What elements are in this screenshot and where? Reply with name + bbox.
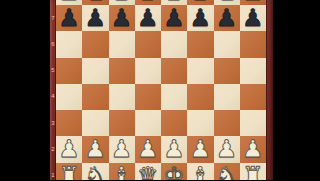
piece-white-pawn[interactable]: ♟ [111, 137, 133, 161]
piece-white-knight[interactable]: ♞ [216, 164, 238, 180]
piece-white-rook[interactable]: ♜ [58, 164, 80, 180]
square-h4[interactable] [240, 84, 266, 110]
square-g6[interactable] [214, 31, 240, 57]
piece-white-pawn[interactable]: ♟ [216, 137, 238, 161]
piece-white-pawn[interactable]: ♟ [242, 137, 264, 161]
square-g3[interactable] [214, 110, 240, 136]
app-screen: 87654321 ♜♞♝♛♚♝♞♜♟♟♟♟♟♟♟♟♟♟♟♟♟♟♟♟♜♞♝♛♚♝♞… [0, 0, 320, 180]
square-d4[interactable] [135, 84, 161, 110]
square-d2[interactable]: ♟ [135, 136, 161, 162]
piece-white-knight[interactable]: ♞ [85, 164, 107, 180]
square-h6[interactable] [240, 31, 266, 57]
square-g7[interactable]: ♟ [214, 5, 240, 31]
piece-white-queen[interactable]: ♛ [137, 164, 159, 180]
square-b6[interactable] [82, 31, 108, 57]
square-d6[interactable] [135, 31, 161, 57]
square-f4[interactable] [187, 84, 213, 110]
square-b2[interactable]: ♟ [82, 136, 108, 162]
piece-black-pawn[interactable]: ♟ [137, 6, 159, 30]
square-d5[interactable] [135, 58, 161, 84]
square-b5[interactable] [82, 58, 108, 84]
square-d7[interactable]: ♟ [135, 5, 161, 31]
square-e1[interactable]: ♚ [161, 163, 187, 181]
piece-black-pawn[interactable]: ♟ [242, 6, 264, 30]
piece-black-pawn[interactable]: ♟ [58, 6, 80, 30]
chess-board: ♜♞♝♛♚♝♞♜♟♟♟♟♟♟♟♟♟♟♟♟♟♟♟♟♜♞♝♛♚♝♞♜ [56, 0, 266, 180]
square-b3[interactable] [82, 110, 108, 136]
square-e3[interactable] [161, 110, 187, 136]
piece-black-pawn[interactable]: ♟ [85, 6, 107, 30]
square-d1[interactable]: ♛ [135, 163, 161, 181]
square-a5[interactable] [56, 58, 82, 84]
square-c3[interactable] [109, 110, 135, 136]
piece-white-pawn[interactable]: ♟ [85, 137, 107, 161]
square-a4[interactable] [56, 84, 82, 110]
piece-white-pawn[interactable]: ♟ [58, 137, 80, 161]
square-c1[interactable]: ♝ [109, 163, 135, 181]
chess-board-frame: 87654321 ♜♞♝♛♚♝♞♜♟♟♟♟♟♟♟♟♟♟♟♟♟♟♟♟♜♞♝♛♚♝♞… [50, 0, 273, 180]
square-h3[interactable] [240, 110, 266, 136]
square-c2[interactable]: ♟ [109, 136, 135, 162]
square-c4[interactable] [109, 84, 135, 110]
square-e4[interactable] [161, 84, 187, 110]
square-h1[interactable]: ♜ [240, 163, 266, 181]
square-f7[interactable]: ♟ [187, 5, 213, 31]
square-a7[interactable]: ♟ [56, 5, 82, 31]
square-g4[interactable] [214, 84, 240, 110]
square-e7[interactable]: ♟ [161, 5, 187, 31]
square-a6[interactable] [56, 31, 82, 57]
square-b1[interactable]: ♞ [82, 163, 108, 181]
square-a1[interactable]: ♜ [56, 163, 82, 181]
piece-white-pawn[interactable]: ♟ [190, 137, 212, 161]
square-b4[interactable] [82, 84, 108, 110]
square-b7[interactable]: ♟ [82, 5, 108, 31]
piece-white-rook[interactable]: ♜ [242, 164, 264, 180]
square-g2[interactable]: ♟ [214, 136, 240, 162]
square-c7[interactable]: ♟ [109, 5, 135, 31]
square-e2[interactable]: ♟ [161, 136, 187, 162]
square-c6[interactable] [109, 31, 135, 57]
square-h2[interactable]: ♟ [240, 136, 266, 162]
square-f1[interactable]: ♝ [187, 163, 213, 181]
piece-white-pawn[interactable]: ♟ [137, 137, 159, 161]
square-f2[interactable]: ♟ [187, 136, 213, 162]
square-d3[interactable] [135, 110, 161, 136]
square-a2[interactable]: ♟ [56, 136, 82, 162]
square-g1[interactable]: ♞ [214, 163, 240, 181]
piece-black-pawn[interactable]: ♟ [190, 6, 212, 30]
square-g5[interactable] [214, 58, 240, 84]
square-f6[interactable] [187, 31, 213, 57]
square-f3[interactable] [187, 110, 213, 136]
square-c5[interactable] [109, 58, 135, 84]
piece-black-pawn[interactable]: ♟ [216, 6, 238, 30]
square-h5[interactable] [240, 58, 266, 84]
square-e6[interactable] [161, 31, 187, 57]
square-f5[interactable] [187, 58, 213, 84]
piece-black-pawn[interactable]: ♟ [111, 6, 133, 30]
square-e5[interactable] [161, 58, 187, 84]
piece-black-pawn[interactable]: ♟ [163, 6, 185, 30]
piece-white-king[interactable]: ♚ [163, 164, 185, 180]
piece-white-bishop[interactable]: ♝ [190, 164, 212, 180]
piece-white-bishop[interactable]: ♝ [111, 164, 133, 180]
piece-white-pawn[interactable]: ♟ [163, 137, 185, 161]
square-a3[interactable] [56, 110, 82, 136]
square-h7[interactable]: ♟ [240, 5, 266, 31]
